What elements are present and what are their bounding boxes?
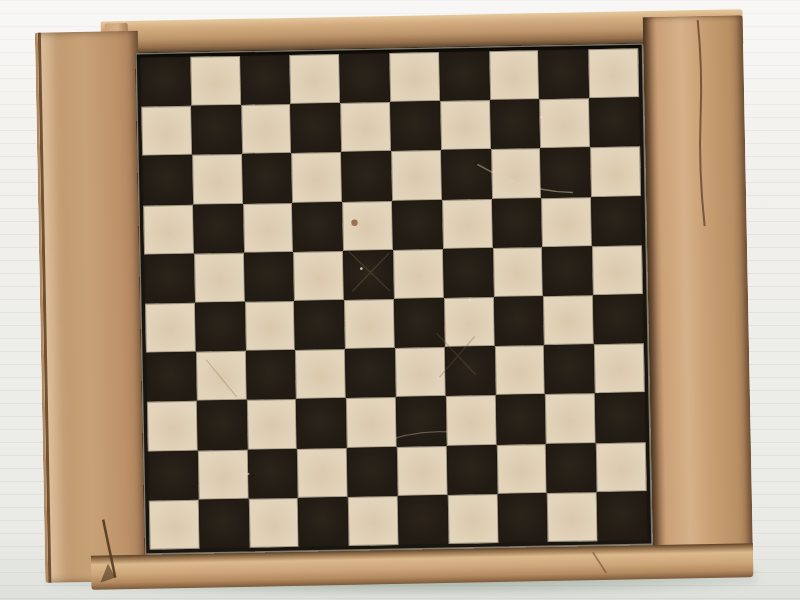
square-r8c10-dark[interactable] [595,393,646,443]
square-r10c9-light[interactable] [547,492,598,542]
board-frame [135,43,653,555]
square-r10c7-light[interactable] [448,494,499,544]
square-r7c5-dark[interactable] [345,348,396,398]
square-r10c1-light[interactable] [149,500,200,550]
square-r8c2-dark[interactable] [197,400,248,450]
square-r2c2-dark[interactable] [191,105,242,155]
square-r4c2-dark[interactable] [193,203,244,253]
square-r9c7-dark[interactable] [447,445,498,495]
square-r10c3-light[interactable] [248,498,299,548]
square-r6c4-dark[interactable] [294,300,345,350]
square-r4c1-light[interactable] [143,204,194,254]
square-r3c8-light[interactable] [491,149,542,199]
square-r3c6-light[interactable] [391,150,442,200]
square-r6c2-dark[interactable] [195,302,246,352]
square-r7c4-light[interactable] [295,349,346,399]
square-r10c6-dark[interactable] [398,495,449,545]
square-r1c1-dark[interactable] [140,57,191,107]
square-r8c9-light[interactable] [545,394,596,444]
square-r10c8-dark[interactable] [497,493,548,543]
square-r5c1-dark[interactable] [144,254,195,304]
square-r9c10-light[interactable] [596,442,647,492]
square-r4c5-light[interactable] [342,201,393,251]
square-r6c7-light[interactable] [444,297,495,347]
square-r8c3-light[interactable] [246,399,297,449]
box-right-panel [643,15,754,571]
square-r5c8-light[interactable] [493,247,544,297]
square-r8c6-dark[interactable] [396,396,447,446]
square-r6c6-dark[interactable] [394,298,445,348]
square-r2c10-dark[interactable] [589,97,640,147]
square-r8c4-dark[interactable] [296,398,347,448]
square-r1c5-dark[interactable] [339,53,390,103]
square-r3c10-light[interactable] [590,147,641,197]
square-r1c2-light[interactable] [190,56,241,106]
square-r5c10-light[interactable] [592,245,643,295]
square-r7c2-light[interactable] [196,351,247,401]
square-r7c7-dark[interactable] [445,346,496,396]
square-r1c4-light[interactable] [290,54,341,104]
square-r4c7-light[interactable] [442,199,493,249]
square-r7c10-light[interactable] [594,343,645,393]
square-r9c8-light[interactable] [496,444,547,494]
square-r3c3-dark[interactable] [242,153,293,203]
square-r4c9-light[interactable] [541,197,592,247]
square-r9c9-dark[interactable] [546,443,597,493]
square-r1c7-dark[interactable] [439,51,490,101]
square-r2c4-dark[interactable] [291,103,342,153]
square-r7c3-dark[interactable] [246,350,297,400]
square-r2c5-light[interactable] [340,102,391,152]
square-r3c1-dark[interactable] [142,155,193,205]
square-r2c3-light[interactable] [241,104,292,154]
square-r9c3-dark[interactable] [247,448,298,498]
board [140,48,647,549]
square-r9c2-light[interactable] [198,449,249,499]
square-r8c5-light[interactable] [346,397,397,447]
square-r1c8-light[interactable] [489,50,540,100]
square-r5c2-light[interactable] [194,253,245,303]
square-r3c4-light[interactable] [292,152,343,202]
square-r2c6-dark[interactable] [390,101,441,151]
square-r8c8-dark[interactable] [495,395,546,445]
wooden-game-box [35,9,754,590]
square-r10c4-dark[interactable] [298,497,349,547]
square-r4c6-dark[interactable] [392,200,443,250]
square-r5c4-light[interactable] [293,251,344,301]
square-r3c9-dark[interactable] [541,148,592,198]
square-r7c6-light[interactable] [395,347,446,397]
square-r8c7-light[interactable] [446,395,497,445]
box-left-panel [35,31,149,583]
square-r1c9-dark[interactable] [539,49,590,99]
square-r6c8-dark[interactable] [494,296,545,346]
square-r4c8-dark[interactable] [492,198,543,248]
square-r4c3-light[interactable] [243,203,294,253]
square-r3c5-dark[interactable] [341,151,392,201]
square-r2c1-light[interactable] [141,106,192,156]
photo-canvas: { "game": { "name": "Draughts (Checkers)… [0,0,800,600]
square-r9c1-dark[interactable] [148,450,199,500]
square-r7c1-dark[interactable] [146,352,197,402]
square-r5c7-dark[interactable] [443,248,494,298]
square-r9c6-light[interactable] [397,446,448,496]
square-r1c10-light[interactable] [588,48,639,98]
square-r6c10-dark[interactable] [593,294,644,344]
square-r6c5-light[interactable] [344,299,395,349]
square-r4c10-dark[interactable] [591,196,642,246]
square-r1c3-dark[interactable] [240,55,291,105]
square-r7c9-dark[interactable] [544,344,595,394]
square-r5c5-dark[interactable] [343,250,394,300]
square-r2c9-light[interactable] [540,98,591,148]
square-r3c2-light[interactable] [192,154,243,204]
square-r10c2-dark[interactable] [199,499,250,549]
square-r6c3-light[interactable] [245,301,296,351]
square-r5c3-dark[interactable] [244,252,295,302]
square-r9c4-light[interactable] [297,448,348,498]
square-r5c6-light[interactable] [393,249,444,299]
square-r9c5-dark[interactable] [347,447,398,497]
square-r3c7-dark[interactable] [441,150,492,200]
square-r2c7-light[interactable] [440,100,491,150]
square-r6c9-light[interactable] [543,295,594,345]
square-r5c9-dark[interactable] [542,246,593,296]
square-r1c6-light[interactable] [389,52,440,102]
square-r10c5-light[interactable] [348,496,399,546]
square-r4c4-dark[interactable] [293,202,344,252]
square-r8c1-light[interactable] [147,401,198,451]
square-r2c8-dark[interactable] [490,99,541,149]
square-r6c1-light[interactable] [145,303,196,353]
square-r10c10-dark[interactable] [597,491,648,541]
square-r7c8-light[interactable] [495,345,546,395]
